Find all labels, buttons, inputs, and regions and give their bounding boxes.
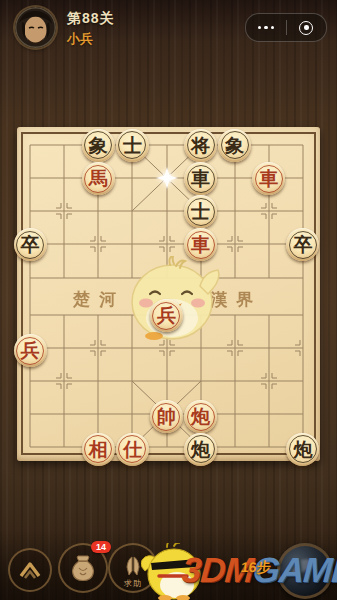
piece-兵-red[interactable]: 兵: [14, 334, 47, 367]
piece-士-black[interactable]: 士: [116, 129, 149, 162]
piece-士-black[interactable]: 士: [184, 195, 217, 228]
avatar-portrait-icon: [15, 7, 56, 48]
miniprogram-capsule: [245, 13, 327, 42]
piece-象-black[interactable]: 象: [218, 129, 251, 162]
piece-兵-red[interactable]: 兵: [150, 299, 183, 332]
chevron-up-icon: [17, 557, 43, 583]
player-avatar[interactable]: [15, 7, 56, 48]
piece-馬-red[interactable]: 馬: [82, 162, 115, 195]
board-grid: 象士将象馬車車士卒車卒兵兵帥炮相仕炮炮: [13, 128, 320, 465]
more-menu-button[interactable]: [246, 14, 286, 41]
hint-bag-button[interactable]: 14: [58, 543, 108, 593]
piece-車-red[interactable]: 車: [252, 162, 285, 195]
piece-卒-black[interactable]: 卒: [286, 228, 319, 261]
difficulty-label: 小兵: [67, 32, 115, 45]
game-screen: 第88关 小兵 楚河 漢界: [0, 0, 337, 600]
expand-button[interactable]: [8, 548, 52, 592]
piece-炮-black[interactable]: 炮: [286, 433, 319, 466]
piece-仕-red[interactable]: 仕: [116, 433, 149, 466]
steps-counter: 16步: [240, 559, 271, 577]
close-circle-button[interactable]: [287, 14, 327, 41]
piece-炮-black[interactable]: 炮: [184, 433, 217, 466]
level-title: 第88关: [67, 11, 115, 25]
target-circle-icon: [299, 21, 313, 35]
piece-炮-red[interactable]: 炮: [184, 400, 217, 433]
hint-count-badge: 14: [91, 541, 111, 553]
ellipsis-icon: [258, 26, 275, 30]
xiangqi-board: 楚河 漢界 象士将象馬車車士卒車卒兵: [17, 127, 320, 461]
piece-相-red[interactable]: 相: [82, 433, 115, 466]
piece-車-black[interactable]: 車: [184, 162, 217, 195]
piece-帥-red[interactable]: 帥: [150, 400, 183, 433]
piece-卒-black[interactable]: 卒: [14, 228, 47, 261]
piece-将-black[interactable]: 将: [184, 129, 217, 162]
piece-象-black[interactable]: 象: [82, 129, 115, 162]
money-bag-icon: [68, 553, 98, 583]
piece-車-red[interactable]: 車: [184, 228, 217, 261]
